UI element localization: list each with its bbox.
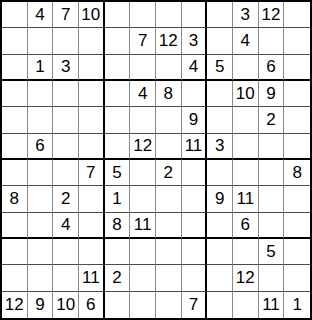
cell-r4c5[interactable] [105,81,131,107]
cell-r1c3[interactable]: 7 [53,2,79,28]
cell-r9c3[interactable]: 4 [53,213,79,239]
cell-r5c4[interactable] [79,107,105,133]
cell-r5c1[interactable] [2,107,28,133]
cell-r3c4[interactable] [79,55,105,81]
cell-r8c3[interactable]: 2 [53,186,79,212]
cell-r2c12[interactable] [284,28,310,54]
cell-r6c5[interactable] [105,134,131,160]
cell-r1c7[interactable] [156,2,182,28]
cell-r10c3[interactable] [53,239,79,265]
cell-r3c3[interactable]: 3 [53,55,79,81]
cell-r10c9[interactable] [207,239,233,265]
cell-r4c11[interactable]: 9 [259,81,285,107]
cell-r5c8[interactable]: 9 [182,107,208,133]
cell-r1c11[interactable]: 12 [259,2,285,28]
cell-r7c1[interactable] [2,160,28,186]
cell-r5c9[interactable] [207,107,233,133]
cell-r10c6[interactable] [130,239,156,265]
cell-r5c11[interactable]: 2 [259,107,285,133]
cell-r2c4[interactable] [79,28,105,54]
cell-r2c7[interactable]: 12 [156,28,182,54]
cell-r2c1[interactable] [2,28,28,54]
cell-r4c12[interactable] [284,81,310,107]
cell-r2c3[interactable] [53,28,79,54]
cell-r6c8[interactable]: 11 [182,134,208,160]
cell-r4c1[interactable] [2,81,28,107]
cell-r11c6[interactable] [130,265,156,291]
cell-r5c12[interactable] [284,107,310,133]
cell-r4c3[interactable] [53,81,79,107]
cell-r8c2[interactable] [28,186,54,212]
cell-r12c11[interactable]: 11 [259,292,285,318]
cell-r8c4[interactable] [79,186,105,212]
cell-r10c8[interactable] [182,239,208,265]
cell-r5c10[interactable] [233,107,259,133]
cell-r9c1[interactable] [2,213,28,239]
cell-r5c6[interactable] [130,107,156,133]
cell-r1c12[interactable] [284,2,310,28]
cell-r1c2[interactable]: 4 [28,2,54,28]
cell-r12c7[interactable] [156,292,182,318]
cell-r8c9[interactable]: 9 [207,186,233,212]
cell-r2c9[interactable] [207,28,233,54]
cell-r3c10[interactable] [233,55,259,81]
cell-r10c5[interactable] [105,239,131,265]
cell-r10c2[interactable] [28,239,54,265]
cell-r3c7[interactable] [156,55,182,81]
cell-r11c9[interactable] [207,265,233,291]
cell-r3c1[interactable] [2,55,28,81]
cell-r1c9[interactable] [207,2,233,28]
cell-r7c6[interactable] [130,160,156,186]
cell-r6c10[interactable] [233,134,259,160]
cell-r7c2[interactable] [28,160,54,186]
cell-r6c4[interactable] [79,134,105,160]
cell-r4c7[interactable]: 8 [156,81,182,107]
cell-r4c10[interactable]: 10 [233,81,259,107]
cell-r10c10[interactable] [233,239,259,265]
cell-r6c2[interactable]: 6 [28,134,54,160]
cell-r8c5[interactable]: 1 [105,186,131,212]
cell-r11c8[interactable] [182,265,208,291]
cell-r6c1[interactable] [2,134,28,160]
cell-r9c4[interactable] [79,213,105,239]
cell-r2c11[interactable] [259,28,285,54]
cell-r3c5[interactable] [105,55,131,81]
cell-r11c7[interactable] [156,265,182,291]
cell-r12c3[interactable]: 10 [53,292,79,318]
cell-r12c6[interactable] [130,292,156,318]
cell-r12c8[interactable]: 7 [182,292,208,318]
cell-r8c7[interactable] [156,186,182,212]
cell-r12c9[interactable] [207,292,233,318]
cell-r6c11[interactable] [259,134,285,160]
cell-r4c6[interactable]: 4 [130,81,156,107]
cell-r3c12[interactable] [284,55,310,81]
cell-r7c3[interactable] [53,160,79,186]
cell-r5c2[interactable] [28,107,54,133]
cell-r8c11[interactable] [259,186,285,212]
cell-r9c10[interactable]: 6 [233,213,259,239]
cell-r5c5[interactable] [105,107,131,133]
cell-r1c6[interactable] [130,2,156,28]
cell-r10c7[interactable] [156,239,182,265]
cell-r9c5[interactable]: 8 [105,213,131,239]
cell-r1c5[interactable] [105,2,131,28]
cell-r8c10[interactable]: 11 [233,186,259,212]
cell-r4c4[interactable] [79,81,105,107]
cell-r10c1[interactable] [2,239,28,265]
cell-r7c5[interactable]: 5 [105,160,131,186]
cell-r3c9[interactable]: 5 [207,55,233,81]
cell-r11c11[interactable] [259,265,285,291]
cell-r9c8[interactable] [182,213,208,239]
cell-r8c8[interactable] [182,186,208,212]
cell-r7c7[interactable]: 2 [156,160,182,186]
cell-r2c6[interactable]: 7 [130,28,156,54]
cell-r10c4[interactable] [79,239,105,265]
cell-r6c9[interactable]: 3 [207,134,233,160]
cell-r11c4[interactable]: 11 [79,265,105,291]
cell-r9c11[interactable] [259,213,285,239]
sudoku-board: 4710312712341345648109926121137528821911… [0,0,312,320]
cell-r1c1[interactable] [2,2,28,28]
cell-r9c7[interactable] [156,213,182,239]
cell-r7c4[interactable]: 7 [79,160,105,186]
cell-r9c2[interactable] [28,213,54,239]
cell-r8c6[interactable] [130,186,156,212]
cell-r7c8[interactable] [182,160,208,186]
cell-r6c6[interactable]: 12 [130,134,156,160]
cell-r7c12[interactable]: 8 [284,160,310,186]
cell-r2c5[interactable] [105,28,131,54]
cell-r1c4[interactable]: 10 [79,2,105,28]
cell-r9c6[interactable]: 11 [130,213,156,239]
cell-r9c12[interactable] [284,213,310,239]
cell-r11c1[interactable] [2,265,28,291]
cell-r5c3[interactable] [53,107,79,133]
cell-r8c12[interactable] [284,186,310,212]
cell-r12c4[interactable]: 6 [79,292,105,318]
cell-r3c8[interactable]: 4 [182,55,208,81]
cell-r2c2[interactable] [28,28,54,54]
cell-r6c12[interactable] [284,134,310,160]
cell-r12c5[interactable] [105,292,131,318]
cell-r12c2[interactable]: 9 [28,292,54,318]
cell-r7c11[interactable] [259,160,285,186]
cell-r11c2[interactable] [28,265,54,291]
cell-r1c8[interactable] [182,2,208,28]
cell-r4c9[interactable] [207,81,233,107]
cell-r3c11[interactable]: 6 [259,55,285,81]
cell-r4c2[interactable] [28,81,54,107]
cell-r3c6[interactable] [130,55,156,81]
cell-r8c1[interactable]: 8 [2,186,28,212]
cell-r4c8[interactable] [182,81,208,107]
cell-r11c12[interactable] [284,265,310,291]
cell-r3c2[interactable]: 1 [28,55,54,81]
cell-r2c10[interactable]: 4 [233,28,259,54]
cell-r12c1[interactable]: 12 [2,292,28,318]
cell-r5c7[interactable] [156,107,182,133]
cell-r2c8[interactable]: 3 [182,28,208,54]
cell-r10c11[interactable]: 5 [259,239,285,265]
cell-r10c12[interactable] [284,239,310,265]
cell-r1c10[interactable]: 3 [233,2,259,28]
cell-r6c7[interactable] [156,134,182,160]
cell-r11c3[interactable] [53,265,79,291]
cell-r7c10[interactable] [233,160,259,186]
cell-r11c5[interactable]: 2 [105,265,131,291]
cell-r12c10[interactable] [233,292,259,318]
cell-r9c9[interactable] [207,213,233,239]
cell-r7c9[interactable] [207,160,233,186]
cell-r11c10[interactable]: 12 [233,265,259,291]
cell-r6c3[interactable] [53,134,79,160]
cell-r12c12[interactable]: 1 [284,292,310,318]
